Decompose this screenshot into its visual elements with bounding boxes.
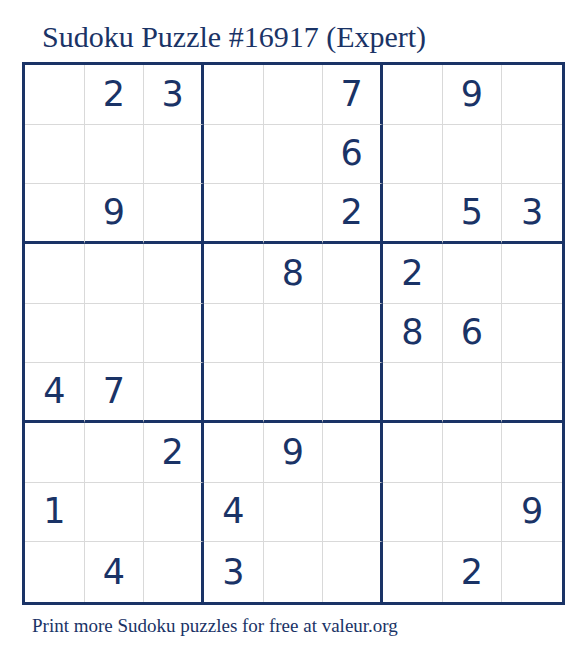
cell-r6c5[interactable]: [264, 363, 324, 423]
cell-r1c3[interactable]: 3: [144, 65, 204, 125]
cell-r6c3[interactable]: [144, 363, 204, 423]
cell-r5c2[interactable]: [85, 304, 145, 364]
cell-r8c9[interactable]: 9: [502, 483, 562, 543]
cell-r1c7[interactable]: [383, 65, 443, 125]
cell-r5c9[interactable]: [502, 304, 562, 364]
cell-r2c5[interactable]: [264, 125, 324, 185]
cell-r5c5[interactable]: [264, 304, 324, 364]
cell-r8c1[interactable]: 1: [25, 483, 85, 543]
cell-r8c2[interactable]: [85, 483, 145, 543]
cell-r4c1[interactable]: [25, 244, 85, 304]
cell-r3c6[interactable]: 2: [323, 184, 383, 244]
cell-r7c1[interactable]: [25, 423, 85, 483]
footer-text: Print more Sudoku puzzles for free at va…: [32, 615, 398, 637]
cell-r2c3[interactable]: [144, 125, 204, 185]
cell-r3c8[interactable]: 5: [443, 184, 503, 244]
cell-r1c1[interactable]: [25, 65, 85, 125]
cell-r1c5[interactable]: [264, 65, 324, 125]
cell-r2c7[interactable]: [383, 125, 443, 185]
cell-r6c2[interactable]: 7: [85, 363, 145, 423]
cell-r9c5[interactable]: [264, 542, 324, 602]
cell-r4c8[interactable]: [443, 244, 503, 304]
cell-r6c4[interactable]: [204, 363, 264, 423]
cell-r3c2[interactable]: 9: [85, 184, 145, 244]
cell-r4c2[interactable]: [85, 244, 145, 304]
cell-r7c2[interactable]: [85, 423, 145, 483]
cell-r9c9[interactable]: [502, 542, 562, 602]
cell-r4c3[interactable]: [144, 244, 204, 304]
cell-r8c8[interactable]: [443, 483, 503, 543]
cell-r3c7[interactable]: [383, 184, 443, 244]
cell-r7c5[interactable]: 9: [264, 423, 324, 483]
cell-r3c1[interactable]: [25, 184, 85, 244]
cell-r6c6[interactable]: [323, 363, 383, 423]
cell-r9c6[interactable]: [323, 542, 383, 602]
cell-r5c6[interactable]: [323, 304, 383, 364]
cell-r7c7[interactable]: [383, 423, 443, 483]
cell-r1c8[interactable]: 9: [443, 65, 503, 125]
cell-r1c6[interactable]: 7: [323, 65, 383, 125]
cell-r9c7[interactable]: [383, 542, 443, 602]
cell-r8c7[interactable]: [383, 483, 443, 543]
cell-r2c8[interactable]: [443, 125, 503, 185]
cell-r5c8[interactable]: 6: [443, 304, 503, 364]
cell-r5c3[interactable]: [144, 304, 204, 364]
cell-r9c1[interactable]: [25, 542, 85, 602]
cell-r7c4[interactable]: [204, 423, 264, 483]
sudoku-board: 23796925382864729149432: [22, 62, 565, 605]
cell-r9c2[interactable]: 4: [85, 542, 145, 602]
cell-r8c6[interactable]: [323, 483, 383, 543]
cell-r5c4[interactable]: [204, 304, 264, 364]
cell-r9c8[interactable]: 2: [443, 542, 503, 602]
cell-r6c8[interactable]: [443, 363, 503, 423]
cell-r3c5[interactable]: [264, 184, 324, 244]
cell-r4c9[interactable]: [502, 244, 562, 304]
cell-r8c3[interactable]: [144, 483, 204, 543]
cell-r1c4[interactable]: [204, 65, 264, 125]
cell-r7c8[interactable]: [443, 423, 503, 483]
cell-r1c9[interactable]: [502, 65, 562, 125]
cell-r7c6[interactable]: [323, 423, 383, 483]
page-title: Sudoku Puzzle #16917 (Expert): [42, 20, 426, 54]
cell-r6c7[interactable]: [383, 363, 443, 423]
cell-r2c6[interactable]: 6: [323, 125, 383, 185]
cell-r3c4[interactable]: [204, 184, 264, 244]
cell-r4c5[interactable]: 8: [264, 244, 324, 304]
cell-r8c5[interactable]: [264, 483, 324, 543]
cell-r8c4[interactable]: 4: [204, 483, 264, 543]
cell-r6c9[interactable]: [502, 363, 562, 423]
cell-r3c3[interactable]: [144, 184, 204, 244]
cell-r2c1[interactable]: [25, 125, 85, 185]
cell-r2c4[interactable]: [204, 125, 264, 185]
cell-r4c4[interactable]: [204, 244, 264, 304]
cell-r4c7[interactable]: 2: [383, 244, 443, 304]
cell-r3c9[interactable]: 3: [502, 184, 562, 244]
cell-r9c3[interactable]: [144, 542, 204, 602]
cell-r1c2[interactable]: 2: [85, 65, 145, 125]
cell-r5c1[interactable]: [25, 304, 85, 364]
cell-r9c4[interactable]: 3: [204, 542, 264, 602]
cell-r2c9[interactable]: [502, 125, 562, 185]
cell-r5c7[interactable]: 8: [383, 304, 443, 364]
cell-r2c2[interactable]: [85, 125, 145, 185]
cell-r7c9[interactable]: [502, 423, 562, 483]
cell-r6c1[interactable]: 4: [25, 363, 85, 423]
cell-r7c3[interactable]: 2: [144, 423, 204, 483]
cell-r4c6[interactable]: [323, 244, 383, 304]
